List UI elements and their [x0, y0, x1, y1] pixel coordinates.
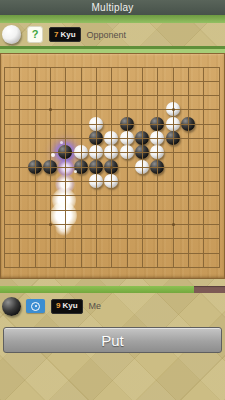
- star-point: [49, 223, 52, 226]
- grid-line-vertical: [203, 67, 204, 267]
- board-top-green-bar: [0, 46, 225, 53]
- my-timer-fill: [0, 286, 194, 293]
- un-flag-icon: [26, 299, 45, 313]
- opponent-rank-value: 7: [54, 31, 58, 39]
- opponent-info-row: ? 7 Kyu Opponent: [0, 23, 225, 46]
- grid-line-vertical: [173, 67, 174, 267]
- my-timer-bar: [0, 286, 225, 293]
- star-point: [172, 223, 175, 226]
- opponent-timer-bar: [0, 15, 225, 23]
- grid-line-horizontal: [4, 253, 220, 254]
- grid-line-vertical: [142, 67, 143, 267]
- opponent-timer-fill: [0, 15, 225, 23]
- my-rank-value: 9: [56, 302, 60, 310]
- grid-line-vertical: [127, 67, 128, 267]
- my-info-row: 9 Kyu Me: [0, 294, 225, 318]
- grid-line-vertical: [157, 67, 158, 267]
- page-title: Multiplay: [91, 2, 133, 13]
- grid-line-horizontal: [4, 267, 220, 268]
- help-question-badge[interactable]: ?: [27, 26, 43, 43]
- opponent-white-stone-avatar: [2, 25, 21, 44]
- title-bar: Multiplay: [0, 0, 225, 15]
- grid-line-vertical: [219, 67, 220, 267]
- sparkle-dot-1: [51, 153, 55, 157]
- my-black-stone-avatar: [2, 297, 21, 316]
- un-flag-dot: [35, 305, 37, 307]
- put-button-label: Put: [101, 332, 124, 349]
- opponent-name: Opponent: [87, 30, 127, 40]
- gomoku-board[interactable]: [0, 53, 225, 279]
- sparkle-orb-3: [52, 188, 76, 212]
- opponent-rank-badge: 7 Kyu: [49, 27, 81, 42]
- grid-line-vertical: [188, 67, 189, 267]
- question-mark-icon: ?: [32, 29, 39, 40]
- grid-line-horizontal: [4, 238, 220, 239]
- put-button[interactable]: Put: [3, 327, 222, 353]
- app-screen: Multiplay ? 7 Kyu Opponent: [0, 0, 225, 400]
- my-rank-badge: 9 Kyu: [51, 299, 83, 314]
- sparkle-dot-3: [60, 141, 63, 144]
- sparkle-orb-5: [55, 219, 72, 236]
- my-rank-unit: Kyu: [62, 302, 77, 310]
- opponent-rank-unit: Kyu: [60, 31, 75, 39]
- my-name: Me: [89, 301, 102, 311]
